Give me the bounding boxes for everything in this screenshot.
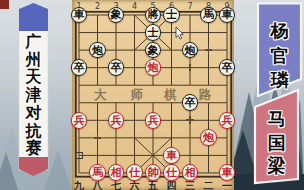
banner-char: 杨 (271, 19, 289, 44)
event-banner-text: 广州天津对抗赛 (19, 33, 48, 157)
corner-logo-mark (0, 0, 9, 9)
point-marker-cross (186, 116, 194, 124)
banner-char: 津 (26, 86, 42, 104)
point-marker-cross (205, 46, 213, 54)
pieces-layer: 車象將士馬車士炮象炮卒卒炮卒卒兵兵兵兵炮車馬相仕帥仕相車 (70, 6, 237, 182)
piece-black-車[interactable]: 車 (71, 7, 88, 24)
player-top-name: 杨官璘 (263, 19, 296, 93)
piece-red-車[interactable]: 車 (163, 147, 180, 164)
banner-char: 对 (26, 104, 42, 122)
piece-black-炮[interactable]: 炮 (89, 42, 106, 59)
banner-char: 天 (26, 68, 42, 86)
piece-red-馬[interactable]: 馬 (89, 164, 106, 181)
piece-black-炮[interactable]: 炮 (182, 42, 199, 59)
piece-black-馬[interactable]: 馬 (200, 7, 217, 24)
piece-black-卒[interactable]: 卒 (108, 59, 125, 76)
banner-char: 抗 (26, 122, 42, 140)
point-marker-cross (94, 134, 102, 142)
piece-red-仕[interactable]: 仕 (163, 164, 180, 181)
piece-red-相[interactable]: 相 (182, 164, 199, 181)
piece-black-車[interactable]: 車 (219, 7, 236, 24)
piece-red-兵[interactable]: 兵 (219, 112, 236, 129)
piece-red-車[interactable]: 車 (219, 164, 236, 181)
piece-black-象[interactable]: 象 (145, 42, 162, 59)
piece-red-仕[interactable]: 仕 (126, 164, 143, 181)
piece-black-卒[interactable]: 卒 (219, 59, 236, 76)
point-marker-cross (186, 64, 194, 72)
banner-char: 璘 (271, 68, 289, 93)
piece-red-兵[interactable]: 兵 (108, 112, 125, 129)
piece-black-將[interactable]: 將 (145, 7, 162, 24)
piece-black-卒[interactable]: 卒 (182, 94, 199, 111)
piece-black-象[interactable]: 象 (108, 7, 125, 24)
banner-char: 广 (26, 33, 42, 51)
xiangqi-video-frame: 123456789 九八七六五四三二一 大师棋路 車象將士馬車士炮象炮卒卒炮卒卒… (0, 0, 304, 190)
piece-red-兵[interactable]: 兵 (71, 112, 88, 129)
player-bottom-name: 马国梁 (260, 107, 293, 178)
piece-black-卒[interactable]: 卒 (71, 59, 88, 76)
point-marker-square (75, 152, 83, 160)
piece-red-相[interactable]: 相 (108, 164, 125, 181)
piece-red-兵[interactable]: 兵 (145, 112, 162, 129)
banner-char: 州 (26, 51, 42, 69)
banner-char: 官 (271, 44, 289, 69)
banner-char: 国 (268, 131, 286, 155)
piece-black-士[interactable]: 士 (163, 7, 180, 24)
piece-red-炮[interactable]: 炮 (145, 59, 162, 76)
piece-red-炮[interactable]: 炮 (200, 129, 217, 146)
piece-red-帥[interactable]: 帥 (145, 164, 162, 181)
banner-char: 马 (268, 107, 286, 131)
banner-char: 赛 (26, 139, 42, 157)
banner-char: 梁 (268, 154, 286, 178)
piece-black-士[interactable]: 士 (145, 24, 162, 41)
